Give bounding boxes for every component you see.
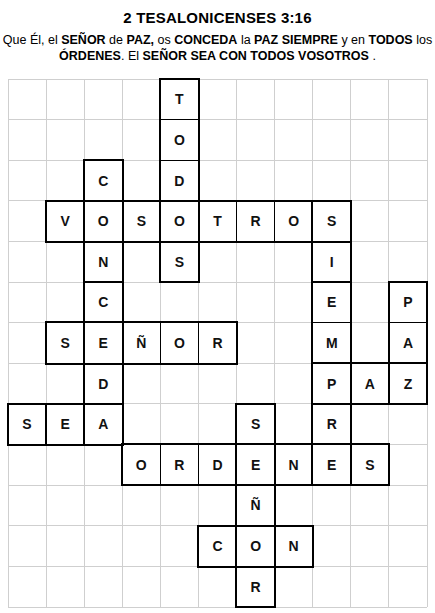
letter-cell: T <box>198 201 236 242</box>
grid-line-horizontal <box>8 119 427 120</box>
verse-bold-word: CONCEDA <box>174 33 237 47</box>
verse-plain-text: de <box>106 33 127 47</box>
letter-cell: R <box>198 323 236 364</box>
letter-cell: O <box>237 526 275 567</box>
letter-cell: N <box>275 526 313 567</box>
letter-cell: R <box>237 201 275 242</box>
verse-plain-text: os <box>154 33 174 47</box>
letter-cell: O <box>160 323 198 364</box>
letter-cell: R <box>237 566 275 607</box>
letter-cell: I <box>313 241 351 282</box>
verse-plain-text: . El <box>121 49 143 63</box>
grid-line-horizontal <box>8 607 427 608</box>
letter-cell: E <box>313 445 351 486</box>
letter-cell: O <box>122 445 160 486</box>
letter-cell: S <box>8 404 46 445</box>
grid-line-horizontal <box>8 282 427 283</box>
letter-cell: S <box>313 201 351 242</box>
letter-cell: O <box>275 201 313 242</box>
board: TODOSCONCEDAVSTROSIEMPREPAZSÑORASESEÑORO… <box>8 79 427 607</box>
letter-cell: S <box>122 201 160 242</box>
verse-bold-word: SEÑOR <box>61 33 105 47</box>
grid-line-horizontal <box>8 79 427 80</box>
letter-cell: Ñ <box>237 485 275 526</box>
letter-cell: Z <box>389 363 427 404</box>
letter-cell: A <box>389 323 427 364</box>
page-title: 2 TESALONICENSES 3:16 <box>0 0 435 26</box>
letter-cell: C <box>84 160 122 201</box>
letter-cell: P <box>389 282 427 323</box>
verse-bold-word: PAZ, <box>127 33 155 47</box>
verse-bold-word: ÓRDENES <box>59 49 121 63</box>
verse-bold-word: SEÑOR SEA CON TODOS VOSOTROS <box>142 49 368 63</box>
letter-cell: C <box>84 282 122 323</box>
letter-cell: A <box>351 363 389 404</box>
letter-cell: M <box>313 323 351 364</box>
letter-cell: S <box>46 323 84 364</box>
letter-cell: D <box>198 445 236 486</box>
grid-line-vertical <box>8 79 9 607</box>
grid-line-horizontal <box>8 160 427 161</box>
letter-cell: T <box>160 79 198 120</box>
verse-bold-word: PAZ SIEMPRE <box>254 33 338 47</box>
verse-plain-text: los <box>413 33 432 47</box>
header: 2 TESALONICENSES 3:16 Que Él, el SEÑOR d… <box>0 0 435 64</box>
letter-cell: A <box>84 404 122 445</box>
letter-cell: C <box>198 526 236 567</box>
letter-cell: E <box>84 323 122 364</box>
letter-cell: E <box>46 404 84 445</box>
letter-cell: S <box>237 404 275 445</box>
letter-cell: S <box>160 241 198 282</box>
letter-cell: D <box>160 160 198 201</box>
letter-cell: D <box>84 363 122 404</box>
verse-plain-text: la <box>237 33 254 47</box>
letter-cell: O <box>160 120 198 161</box>
letter-cell: S <box>351 445 389 486</box>
letter-cell: V <box>46 201 84 242</box>
verse-plain-text: Que Él, el <box>3 33 61 47</box>
letter-cell: E <box>313 282 351 323</box>
letter-cell: N <box>275 445 313 486</box>
letter-cell: N <box>84 241 122 282</box>
letter-cell: E <box>237 445 275 486</box>
letter-cell: O <box>84 201 122 242</box>
letter-cell: R <box>160 445 198 486</box>
verse-plain-text: . <box>369 49 376 63</box>
letter-cell: Ñ <box>122 323 160 364</box>
letter-cell: O <box>160 201 198 242</box>
letter-cell: R <box>313 404 351 445</box>
verse-text: Que Él, el SEÑOR de PAZ, os CONCEDA la P… <box>1 32 434 64</box>
verse-plain-text: y en <box>338 33 369 47</box>
letter-cell: P <box>313 363 351 404</box>
verse-bold-word: TODOS <box>368 33 412 47</box>
